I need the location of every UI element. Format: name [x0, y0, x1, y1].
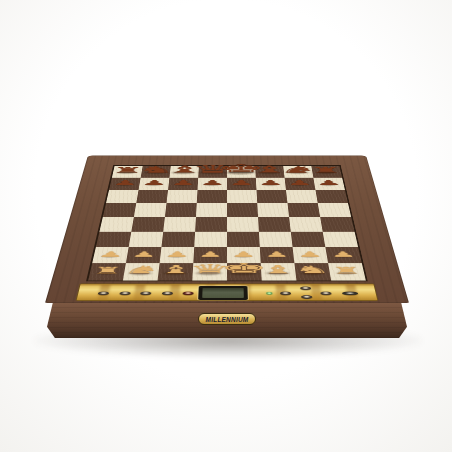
square-b5 — [134, 203, 167, 217]
square-c3 — [161, 232, 195, 247]
square-d5 — [196, 203, 227, 217]
square-g3 — [291, 232, 326, 247]
brand-logo-text: MILLENNIUM — [206, 316, 249, 323]
white-knight-glyph: ♞ — [123, 264, 161, 275]
case-front-face: MILLENNIUM — [47, 303, 407, 338]
white-pawn-glyph: ♟ — [97, 251, 124, 258]
white-pawn-glyph: ♟ — [264, 251, 290, 258]
product-photo-scene: ♜♞♝♛♚♝♞♜♟♟♟♟♟♟♟♟♟♟♟♟♟♟♟♟♜♞♝♛♚♝♞♜ MILLENN… — [0, 0, 452, 452]
control-panel — [76, 283, 379, 300]
black-pawn-glyph: ♟ — [229, 180, 255, 187]
right-button-2[interactable] — [320, 292, 331, 296]
left-button-5[interactable] — [183, 292, 194, 296]
black-pawn-glyph: ♟ — [170, 180, 196, 187]
down-button[interactable] — [301, 295, 312, 299]
black-pawn-glyph: ♟ — [112, 180, 139, 187]
brand-logo-plate: MILLENNIUM — [198, 313, 256, 325]
square-b4 — [131, 217, 165, 232]
lcd-display — [198, 286, 248, 300]
black-pawn-glyph: ♟ — [141, 180, 168, 187]
square-h4 — [320, 217, 354, 232]
white-pawn-glyph: ♟ — [164, 251, 190, 258]
white-rook-glyph: ♜ — [330, 266, 362, 275]
square-a6 — [106, 190, 139, 203]
white-rook-glyph: ♜ — [91, 266, 123, 275]
square-a4 — [99, 217, 133, 232]
square-a3 — [96, 232, 131, 247]
white-knight-glyph: ♞ — [293, 264, 331, 275]
square-e4 — [227, 217, 259, 232]
white-pawn-glyph: ♟ — [330, 251, 357, 258]
black-king-glyph: ♚ — [217, 162, 266, 174]
black-knight-glyph: ♞ — [279, 165, 317, 174]
up-button[interactable] — [300, 286, 311, 290]
white-pawn-glyph: ♟ — [197, 251, 223, 258]
square-g6 — [286, 190, 318, 203]
square-g5 — [288, 203, 321, 217]
square-c6 — [166, 190, 197, 203]
black-pawn-glyph: ♟ — [286, 180, 313, 187]
square-e5 — [227, 203, 258, 217]
square-h6 — [315, 190, 348, 203]
square-d6 — [197, 190, 227, 203]
square-g4 — [289, 217, 323, 232]
square-e6 — [227, 190, 257, 203]
left-button-4[interactable] — [162, 292, 173, 296]
square-f6 — [256, 190, 287, 203]
square-c5 — [165, 203, 197, 217]
square-a5 — [103, 203, 136, 217]
square-b3 — [129, 232, 164, 247]
square-c4 — [163, 217, 196, 232]
square-h5 — [318, 203, 351, 217]
square-d4 — [195, 217, 227, 232]
square-e3 — [227, 232, 260, 247]
status-led — [266, 292, 272, 295]
white-pawn-glyph: ♟ — [297, 251, 324, 258]
left-button-3[interactable] — [140, 292, 151, 296]
left-button-2[interactable] — [119, 292, 130, 296]
square-b6 — [136, 190, 168, 203]
black-pawn-glyph: ♟ — [315, 180, 342, 187]
square-f4 — [258, 217, 291, 232]
square-h3 — [323, 232, 358, 247]
square-d3 — [194, 232, 227, 247]
black-pawn-glyph: ♟ — [199, 180, 225, 187]
wide-button[interactable] — [342, 292, 358, 296]
white-pawn-glyph: ♟ — [131, 251, 158, 258]
black-knight-glyph: ♞ — [137, 165, 175, 174]
lcd-screen — [202, 288, 244, 298]
right-button-1[interactable] — [280, 292, 291, 296]
square-f3 — [259, 232, 293, 247]
white-pawn-glyph: ♟ — [231, 251, 257, 258]
chess-board-plane: ♜♞♝♛♚♝♞♜♟♟♟♟♟♟♟♟♟♟♟♟♟♟♟♟♜♞♝♛♚♝♞♜ — [45, 156, 409, 303]
black-pawn-glyph: ♟ — [258, 180, 284, 187]
square-f5 — [257, 203, 289, 217]
